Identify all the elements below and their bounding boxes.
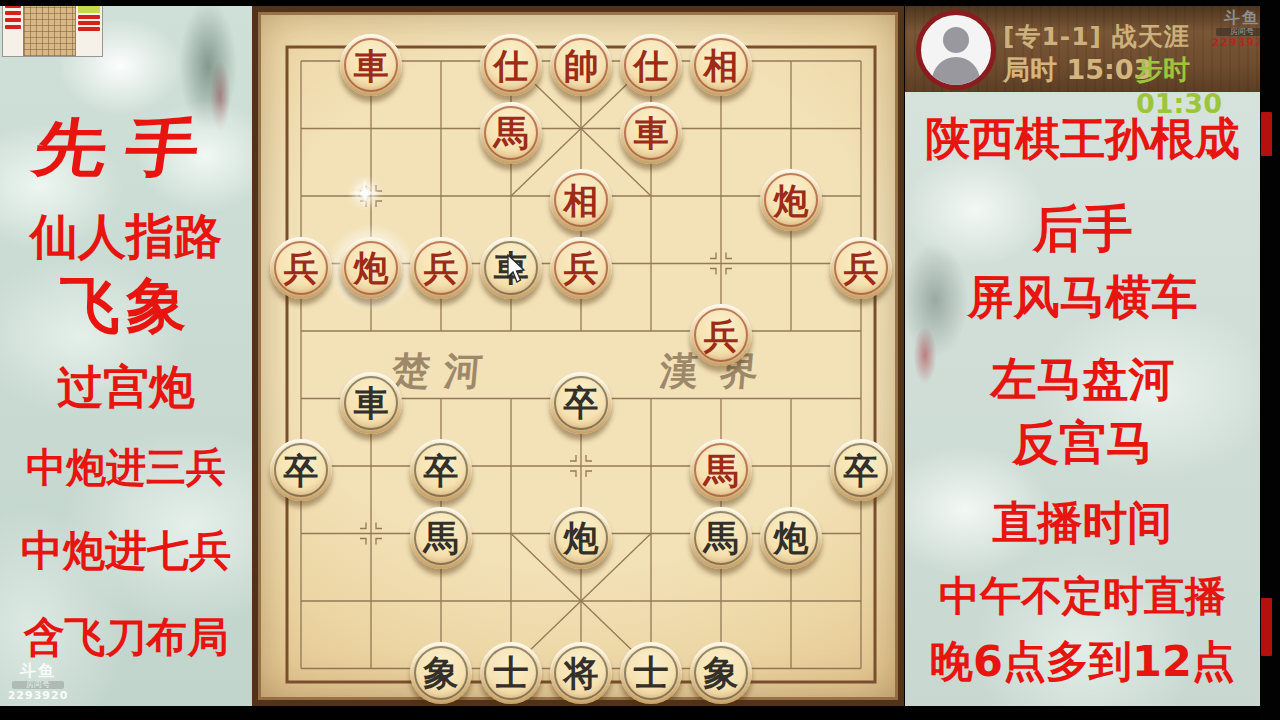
right-caption-line-7: 中午不定时直播	[905, 569, 1260, 624]
right-caption-line-4: 左马盘河	[905, 349, 1260, 411]
piece-炮-black[interactable]: 炮	[760, 507, 822, 569]
right-caption-line-3: 屏风马横车	[905, 267, 1260, 329]
clipped-text-fragment	[1261, 112, 1272, 156]
left-caption-panel: 先手仙人指路飞象过宫炮中炮进三兵中炮进七兵含飞刀布局	[0, 0, 252, 720]
clipped-text-fragment	[1261, 598, 1272, 656]
left-caption-line-5: 中炮进三兵	[0, 440, 252, 495]
left-caption-line-7: 含飞刀布局	[0, 610, 252, 665]
xiangqi-board[interactable]: 楚河 漢界 車仕帥仕相馬車相炮兵炮兵車兵兵兵車卒卒卒馬卒馬炮馬炮象士将士象	[252, 6, 904, 706]
piece-士-black[interactable]: 士	[620, 642, 682, 704]
right-caption-line-6: 直播时间	[905, 493, 1260, 553]
left-caption-line-6: 中炮进七兵	[0, 523, 252, 579]
top-letterbox-bar	[0, 0, 1280, 6]
right-caption-line-8: 晚6点多到12点	[905, 633, 1260, 691]
piece-士-black[interactable]: 士	[480, 642, 542, 704]
right-caption-line-5: 反宫马	[905, 412, 1260, 475]
left-caption-line-1: 先手	[0, 106, 281, 190]
piece-馬-red[interactable]: 馬	[690, 439, 752, 501]
piece-仕-red[interactable]: 仕	[620, 34, 682, 96]
mouse-cursor	[506, 254, 526, 284]
piece-帥-red[interactable]: 帥	[550, 34, 612, 96]
piece-相-red[interactable]: 相	[550, 169, 612, 231]
piece-兵-red[interactable]: 兵	[830, 237, 892, 299]
left-caption-line-3: 飞象	[0, 266, 252, 347]
piece-卒-black[interactable]: 卒	[550, 372, 612, 434]
piece-車-red[interactable]: 車	[340, 34, 402, 96]
bottom-letterbox-bar	[0, 706, 1280, 720]
piece-馬-red[interactable]: 馬	[480, 102, 542, 164]
right-caption-line-1: 陕西棋王孙根成	[905, 109, 1260, 169]
piece-卒-black[interactable]: 卒	[410, 439, 472, 501]
piece-相-red[interactable]: 相	[690, 34, 752, 96]
right-caption-panel: 陕西棋王孙根成后手屏风马横车左马盘河反宫马直播时间中午不定时直播晚6点多到12点	[905, 0, 1260, 720]
last-move-origin-sparkle	[347, 175, 383, 211]
piece-炮-red[interactable]: 炮	[760, 169, 822, 231]
piece-兵-red[interactable]: 兵	[550, 237, 612, 299]
piece-馬-black[interactable]: 馬	[410, 507, 472, 569]
stream-screen: 楚河 漢界 車仕帥仕相馬車相炮兵炮兵車兵兵兵車卒卒卒馬卒馬炮馬炮象士将士象 [专…	[0, 0, 1280, 720]
right-caption-line-2: 后手	[905, 196, 1260, 263]
piece-卒-black[interactable]: 卒	[270, 439, 332, 501]
piece-炮-black[interactable]: 炮	[550, 507, 612, 569]
piece-車-black[interactable]: 車	[340, 372, 402, 434]
piece-車-red[interactable]: 車	[620, 102, 682, 164]
piece-将-black[interactable]: 将	[550, 642, 612, 704]
board-grid	[258, 12, 898, 700]
river-label-left: 楚河	[390, 346, 498, 397]
piece-卒-black[interactable]: 卒	[830, 439, 892, 501]
piece-象-black[interactable]: 象	[690, 642, 752, 704]
left-caption-line-2: 仙人指路	[0, 205, 252, 269]
piece-象-black[interactable]: 象	[410, 642, 472, 704]
piece-兵-red[interactable]: 兵	[690, 304, 752, 366]
piece-仕-red[interactable]: 仕	[480, 34, 542, 96]
piece-兵-red[interactable]: 兵	[410, 237, 472, 299]
piece-炮-red[interactable]: 炮	[340, 237, 402, 299]
left-caption-line-4: 过宫炮	[0, 357, 252, 419]
piece-兵-red[interactable]: 兵	[270, 237, 332, 299]
piece-馬-black[interactable]: 馬	[690, 507, 752, 569]
